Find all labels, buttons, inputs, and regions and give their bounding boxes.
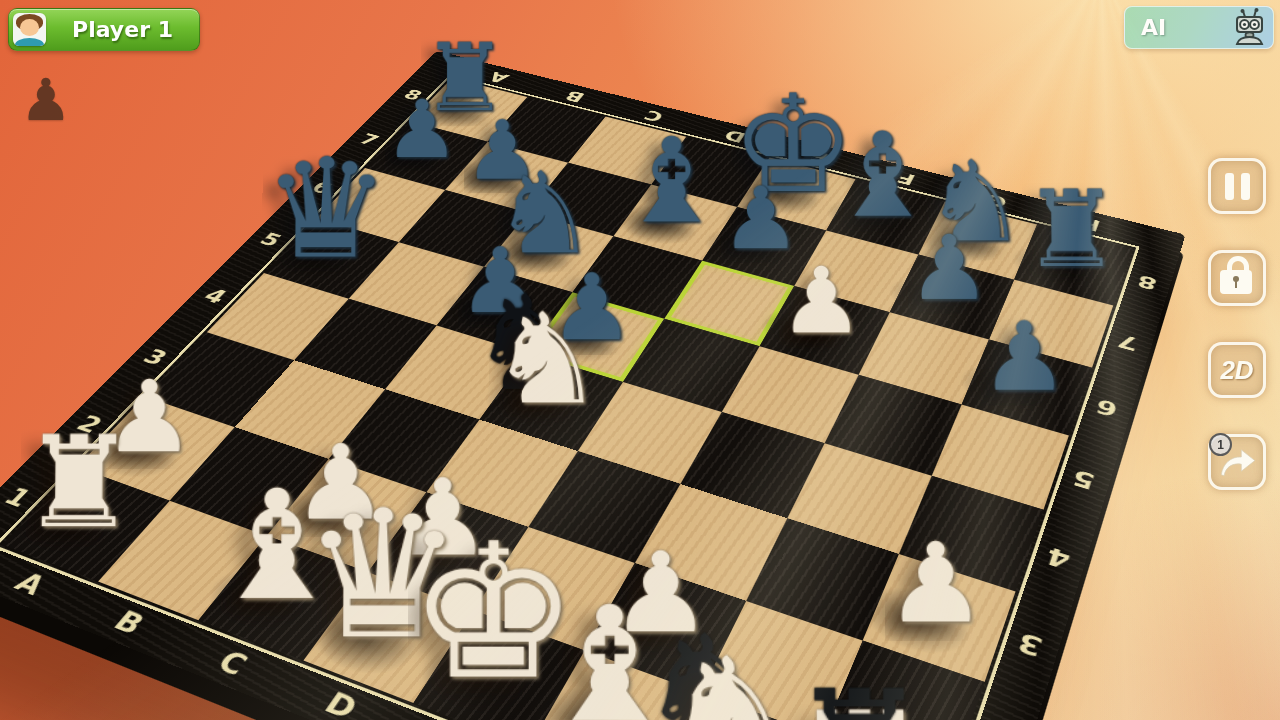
ai-name: AI (1141, 15, 1229, 40)
redo-move-button[interactable]: 1 (1208, 434, 1266, 490)
player-color-pawn-icon: ♟ (20, 66, 72, 134)
black-pawn-glyph: ♟ (908, 228, 991, 310)
square-a5[interactable]: ♛ (264, 218, 399, 298)
player-name: Player 1 (46, 17, 199, 42)
black-bishop-glyph: ♝ (828, 122, 937, 230)
game-stage: ABCDEFGH ABCDEFGH 87654321 87654321 ♜♚♝♞… (0, 0, 1280, 720)
chess-board-3d: ABCDEFGH ABCDEFGH 87654321 87654321 ♜♚♝♞… (0, 51, 1186, 720)
board-frame: ABCDEFGH ABCDEFGH 87654321 87654321 ♜♚♝♞… (0, 51, 1186, 720)
robot-icon (1229, 8, 1269, 48)
lock-button[interactable] (1208, 250, 1266, 306)
black-bishop-glyph: ♝ (617, 127, 726, 235)
pause-icon (1225, 173, 1250, 200)
redo-count-badge: 1 (1209, 433, 1232, 456)
view-2d-label: 2D (1220, 355, 1253, 386)
white-knight-glyph: ♞ (488, 302, 604, 417)
ai-badge: AI (1124, 6, 1274, 49)
white-rook-glyph: ♜ (20, 424, 138, 541)
black-queen-glyph: ♛ (262, 145, 390, 272)
player-badge: Player 1 (8, 8, 200, 51)
view-2d-button[interactable]: 2D (1208, 342, 1266, 398)
hud-button-column: 2D 1 (1208, 158, 1272, 490)
black-pawn-glyph: ♟ (980, 315, 1069, 403)
black-pawn-glyph: ♟ (385, 94, 460, 168)
black-rook-glyph: ♜ (1022, 181, 1121, 279)
white-knight-glyph: ♞ (660, 644, 804, 720)
pause-button[interactable] (1208, 158, 1266, 214)
white-pawn-glyph: ♟ (885, 534, 987, 636)
lock-icon (1220, 268, 1254, 298)
white-pawn-glyph: ♟ (779, 260, 864, 344)
overlay-black-rook-top: ♜ (788, 677, 931, 720)
player-avatar-icon (13, 13, 46, 46)
